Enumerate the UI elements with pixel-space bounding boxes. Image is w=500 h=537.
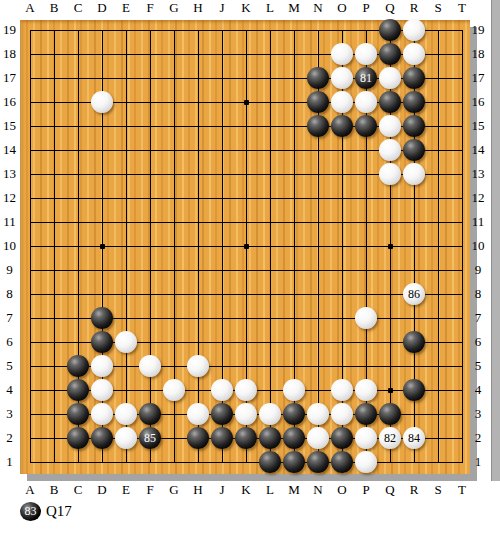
- stone-black-N15: [307, 115, 329, 137]
- coord-left-11: 11: [0, 215, 19, 229]
- coord-top-C: C: [66, 1, 90, 15]
- coord-top-H: H: [186, 1, 210, 15]
- stone-black-M1: [283, 451, 305, 473]
- coord-top-F: F: [138, 1, 162, 15]
- stone-white-R18: [403, 43, 425, 65]
- stone-white-Q14: [379, 139, 401, 161]
- black-stone-icon: 83: [20, 502, 41, 521]
- coord-bottom-T: T: [450, 483, 474, 497]
- stone-white-E2: [115, 427, 137, 449]
- stone-black-P17: 81: [355, 67, 377, 89]
- stone-black-N16: [307, 91, 329, 113]
- coord-left-7: 7: [0, 311, 19, 325]
- stone-black-N17: [307, 67, 329, 89]
- stone-black-J3: [211, 403, 233, 425]
- coord-bottom-B: B: [42, 483, 66, 497]
- coord-left-18: 18: [0, 47, 19, 61]
- coord-left-16: 16: [0, 95, 19, 109]
- stone-black-C3: [67, 403, 89, 425]
- coord-top-T: T: [450, 1, 474, 15]
- coord-top-M: M: [282, 1, 306, 15]
- stone-black-Q3: [379, 403, 401, 425]
- move-number-label: 85: [144, 431, 156, 446]
- stone-white-R19: [403, 19, 425, 41]
- stone-black-L1: [259, 451, 281, 473]
- stone-white-J4: [211, 379, 233, 401]
- stone-white-Q17: [379, 67, 401, 89]
- coord-bottom-S: S: [426, 483, 450, 497]
- coord-left-2: 2: [0, 431, 19, 445]
- coord-top-P: P: [354, 1, 378, 15]
- coord-left-9: 9: [0, 263, 19, 277]
- stone-white-D5: [91, 355, 113, 377]
- coord-bottom-M: M: [282, 483, 306, 497]
- stone-black-P15: [355, 115, 377, 137]
- stone-black-R4: [403, 379, 425, 401]
- stone-black-Q16: [379, 91, 401, 113]
- coord-bottom-H: H: [186, 483, 210, 497]
- coord-top-A: A: [18, 1, 42, 15]
- stone-white-D16: [91, 91, 113, 113]
- stone-black-F3: [139, 403, 161, 425]
- last-move-note: 83 Q17: [20, 501, 72, 521]
- stone-white-R13: [403, 163, 425, 185]
- stone-black-C4: [67, 379, 89, 401]
- coord-top-L: L: [258, 1, 282, 15]
- stone-black-R17: [403, 67, 425, 89]
- go-diagram-page: { "game": "go", "board": { "size": 19, "…: [0, 0, 500, 537]
- coord-left-12: 12: [0, 191, 19, 205]
- stone-black-F2: 85: [139, 427, 161, 449]
- stone-white-R2: 84: [403, 427, 425, 449]
- stone-black-O1: [331, 451, 353, 473]
- coord-left-5: 5: [0, 359, 19, 373]
- coord-bottom-G: G: [162, 483, 186, 497]
- stone-black-L2: [259, 427, 281, 449]
- coord-top-Q: Q: [378, 1, 402, 15]
- coord-left-15: 15: [0, 119, 19, 133]
- coord-left-14: 14: [0, 143, 19, 157]
- stone-white-E6: [115, 331, 137, 353]
- stone-black-J2: [211, 427, 233, 449]
- stone-white-D3: [91, 403, 113, 425]
- coord-bottom-P: P: [354, 483, 378, 497]
- stone-black-M3: [283, 403, 305, 425]
- stone-white-O16: [331, 91, 353, 113]
- stones-layer: 8186858284: [18, 18, 474, 474]
- stone-black-O15: [331, 115, 353, 137]
- stone-black-D6: [91, 331, 113, 353]
- stone-black-D2: [91, 427, 113, 449]
- stone-white-Q13: [379, 163, 401, 185]
- stone-black-N1: [307, 451, 329, 473]
- move-number-label: 81: [360, 71, 372, 86]
- coord-left-13: 13: [0, 167, 19, 181]
- stone-white-N2: [307, 427, 329, 449]
- coord-bottom-R: R: [402, 483, 426, 497]
- stone-white-M4: [283, 379, 305, 401]
- coord-bottom-D: D: [90, 483, 114, 497]
- coord-top-D: D: [90, 1, 114, 15]
- coord-top-N: N: [306, 1, 330, 15]
- coord-top-K: K: [234, 1, 258, 15]
- coord-bottom-E: E: [114, 483, 138, 497]
- coord-top-E: E: [114, 1, 138, 15]
- stone-white-Q2: 82: [379, 427, 401, 449]
- coord-left-17: 17: [0, 71, 19, 85]
- stone-white-O17: [331, 67, 353, 89]
- stone-white-H5: [187, 355, 209, 377]
- coord-bottom-F: F: [138, 483, 162, 497]
- stone-black-Q19: [379, 19, 401, 41]
- coord-top-R: R: [402, 1, 426, 15]
- coord-left-1: 1: [0, 455, 19, 469]
- coord-bottom-A: A: [18, 483, 42, 497]
- coord-bottom-Q: Q: [378, 483, 402, 497]
- stone-black-R14: [403, 139, 425, 161]
- stone-black-H2: [187, 427, 209, 449]
- last-move-point: Q17: [46, 502, 72, 521]
- stone-black-M2: [283, 427, 305, 449]
- stone-white-H3: [187, 403, 209, 425]
- move-number-label: 84: [408, 431, 420, 446]
- stone-white-O18: [331, 43, 353, 65]
- stone-white-O4: [331, 379, 353, 401]
- stone-black-P3: [355, 403, 377, 425]
- stone-white-D4: [91, 379, 113, 401]
- coord-top-S: S: [426, 1, 450, 15]
- stone-black-O2: [331, 427, 353, 449]
- coord-left-8: 8: [0, 287, 19, 301]
- stone-white-P18: [355, 43, 377, 65]
- stone-white-P2: [355, 427, 377, 449]
- stone-white-E3: [115, 403, 137, 425]
- coord-top-O: O: [330, 1, 354, 15]
- stone-white-F5: [139, 355, 161, 377]
- stone-black-C2: [67, 427, 89, 449]
- stone-black-K2: [235, 427, 257, 449]
- stone-white-L3: [259, 403, 281, 425]
- move-number-label: 82: [384, 431, 396, 446]
- stone-white-P16: [355, 91, 377, 113]
- move-number-label: 86: [408, 287, 420, 302]
- stone-white-P4: [355, 379, 377, 401]
- stone-white-O3: [331, 403, 353, 425]
- coord-top-J: J: [210, 1, 234, 15]
- coord-bottom-J: J: [210, 483, 234, 497]
- coord-top-G: G: [162, 1, 186, 15]
- coord-bottom-C: C: [66, 483, 90, 497]
- coord-bottom-N: N: [306, 483, 330, 497]
- stone-white-Q15: [379, 115, 401, 137]
- stone-black-Q18: [379, 43, 401, 65]
- coord-left-10: 10: [0, 239, 19, 253]
- go-board[interactable]: 8186858284: [20, 20, 470, 474]
- stone-white-N3: [307, 403, 329, 425]
- coord-bottom-O: O: [330, 483, 354, 497]
- stone-black-C5: [67, 355, 89, 377]
- stone-white-P1: [355, 451, 377, 473]
- stone-black-R16: [403, 91, 425, 113]
- vertical-scrollbar[interactable]: [491, 0, 500, 481]
- stone-white-G4: [163, 379, 185, 401]
- stone-black-R15: [403, 115, 425, 137]
- coord-bottom-L: L: [258, 483, 282, 497]
- coord-left-4: 4: [0, 383, 19, 397]
- last-move-number: 83: [25, 504, 37, 519]
- stone-white-K4: [235, 379, 257, 401]
- stone-white-K3: [235, 403, 257, 425]
- coord-left-19: 19: [0, 23, 19, 37]
- stone-black-R6: [403, 331, 425, 353]
- stone-white-P7: [355, 307, 377, 329]
- coord-top-B: B: [42, 1, 66, 15]
- stone-white-R8: 86: [403, 283, 425, 305]
- stone-black-D7: [91, 307, 113, 329]
- coord-left-3: 3: [0, 407, 19, 421]
- coord-bottom-K: K: [234, 483, 258, 497]
- coord-left-6: 6: [0, 335, 19, 349]
